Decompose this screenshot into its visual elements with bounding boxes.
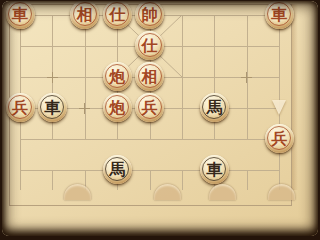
screenshot-frame: 車相仕帥車仕炮相兵炮兵兵車馬馬車 bbox=[0, 0, 304, 190]
point-marker bbox=[47, 72, 58, 83]
piece-red-soldier[interactable]: 兵 bbox=[265, 124, 294, 153]
point-marker bbox=[79, 103, 90, 114]
piece-red-soldier[interactable]: 兵 bbox=[6, 93, 35, 122]
board-layer: 車相仕帥車仕炮相兵炮兵兵車馬馬車 bbox=[2, 1, 304, 190]
piece-black-horse[interactable]: 馬 bbox=[200, 93, 229, 122]
piece-black-chariot[interactable]: 車 bbox=[38, 93, 67, 122]
point-marker bbox=[241, 72, 252, 83]
piece-red-advisor[interactable]: 仕 bbox=[135, 31, 164, 60]
piece-red-cannon[interactable]: 炮 bbox=[103, 93, 132, 122]
piece-red-advisor[interactable]: 仕 bbox=[103, 1, 132, 29]
piece-red-chariot[interactable]: 車 bbox=[265, 1, 294, 29]
piece-red-soldier[interactable]: 兵 bbox=[135, 93, 164, 122]
piece-red-chariot[interactable]: 車 bbox=[6, 1, 35, 29]
piece-black-horse[interactable]: 馬 bbox=[103, 155, 132, 184]
last-move-indicator bbox=[272, 100, 286, 115]
piece-red-general[interactable]: 帥 bbox=[135, 1, 164, 29]
piece-black-chariot[interactable]: 車 bbox=[200, 155, 229, 184]
piece-red-cannon[interactable]: 炮 bbox=[103, 62, 132, 91]
piece-red-elephant[interactable]: 相 bbox=[135, 62, 164, 91]
board-surface: 車相仕帥車仕炮相兵炮兵兵車馬馬車 bbox=[2, 1, 304, 190]
piece-red-elephant[interactable]: 相 bbox=[70, 1, 99, 29]
